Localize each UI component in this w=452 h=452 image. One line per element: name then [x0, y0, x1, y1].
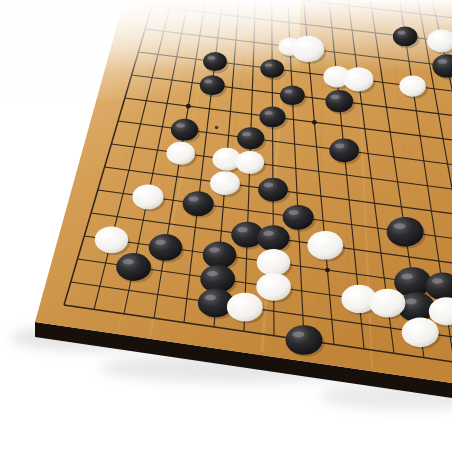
go-board-scene [0, 0, 452, 452]
photo-topleft-fade [0, 0, 300, 100]
wood-speck [215, 126, 219, 130]
go-board-photo [0, 0, 452, 452]
